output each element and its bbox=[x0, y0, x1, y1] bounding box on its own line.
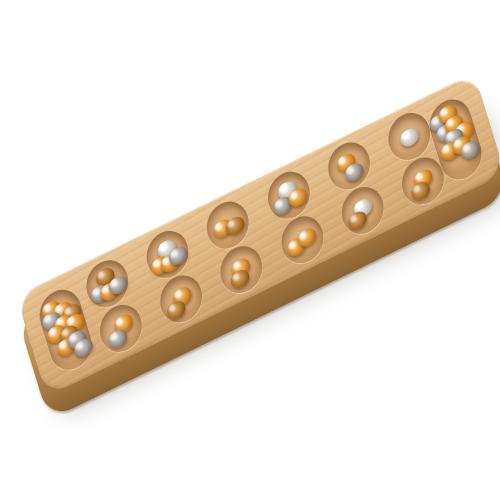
mancala-board bbox=[16, 72, 500, 396]
silver-stone bbox=[398, 125, 421, 149]
product-photo-stage bbox=[0, 0, 500, 500]
store-left[interactable] bbox=[34, 282, 97, 377]
